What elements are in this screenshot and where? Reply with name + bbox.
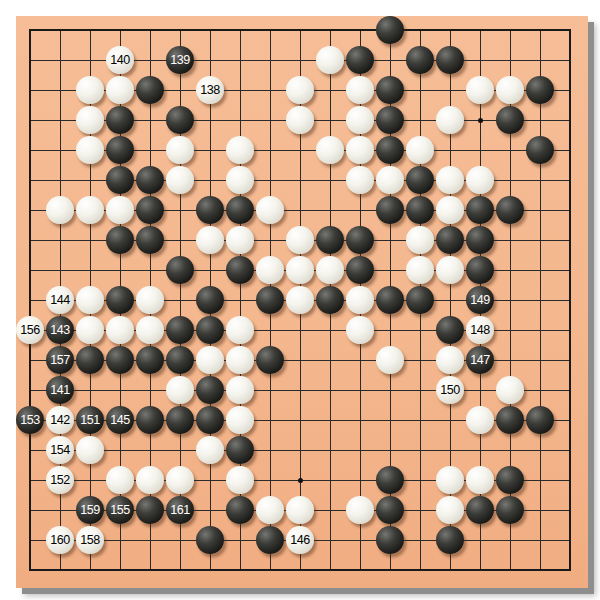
white-stone[interactable] — [406, 226, 434, 254]
black-stone[interactable] — [106, 286, 134, 314]
black-stone[interactable] — [346, 256, 374, 284]
black-stone[interactable] — [136, 226, 164, 254]
black-stone[interactable] — [436, 316, 464, 344]
black-stone[interactable]: 141 — [46, 376, 74, 404]
black-stone[interactable] — [526, 136, 554, 164]
white-stone[interactable] — [76, 196, 104, 224]
move-number-label: 151 — [80, 414, 100, 427]
move-number-label: 156 — [20, 324, 40, 337]
white-stone[interactable]: 140 — [106, 46, 134, 74]
black-stone[interactable] — [466, 196, 494, 224]
white-stone[interactable] — [226, 316, 254, 344]
grid-cell — [540, 480, 570, 510]
black-stone[interactable] — [196, 316, 224, 344]
grid-cell — [390, 390, 420, 420]
black-stone[interactable] — [376, 136, 404, 164]
grid-cell — [270, 30, 300, 60]
white-stone[interactable] — [76, 106, 104, 134]
white-stone[interactable] — [346, 136, 374, 164]
white-stone[interactable] — [316, 256, 344, 284]
white-stone[interactable]: 154 — [46, 436, 74, 464]
move-number-label: 161 — [170, 504, 190, 517]
white-stone[interactable] — [76, 316, 104, 344]
grid-cell — [300, 330, 330, 360]
black-stone[interactable] — [376, 496, 404, 524]
move-number-label: 160 — [50, 534, 70, 547]
white-stone[interactable] — [166, 166, 194, 194]
white-stone[interactable] — [346, 76, 374, 104]
move-number-label: 150 — [440, 384, 460, 397]
white-stone[interactable] — [346, 106, 374, 134]
black-stone[interactable] — [526, 76, 554, 104]
black-stone[interactable] — [226, 256, 254, 284]
grid-cell — [510, 30, 540, 60]
black-stone[interactable] — [376, 16, 404, 44]
move-number-label: 140 — [110, 54, 130, 67]
black-stone[interactable]: 153 — [16, 406, 44, 434]
white-stone[interactable] — [226, 346, 254, 374]
black-stone[interactable] — [376, 76, 404, 104]
move-number-label: 141 — [50, 384, 70, 397]
grid-cell — [300, 360, 330, 390]
move-number-label: 158 — [80, 534, 100, 547]
grid-cell — [360, 420, 390, 450]
black-stone[interactable] — [496, 196, 524, 224]
move-number-label: 154 — [50, 444, 70, 457]
white-stone[interactable] — [76, 436, 104, 464]
white-stone[interactable] — [436, 466, 464, 494]
grid-cell — [30, 150, 60, 180]
white-stone[interactable] — [376, 346, 404, 374]
black-stone[interactable] — [256, 286, 284, 314]
move-number-label: 155 — [110, 504, 130, 517]
move-number-label: 145 — [110, 414, 130, 427]
move-number-label: 153 — [20, 414, 40, 427]
grid-cell — [270, 390, 300, 420]
white-stone[interactable]: 150 — [436, 376, 464, 404]
black-stone[interactable] — [136, 406, 164, 434]
black-stone[interactable] — [466, 256, 494, 284]
black-stone[interactable] — [496, 406, 524, 434]
black-stone[interactable]: 145 — [106, 406, 134, 434]
black-stone[interactable] — [436, 46, 464, 74]
black-stone[interactable] — [406, 46, 434, 74]
black-stone[interactable]: 139 — [166, 46, 194, 74]
move-number-label: 143 — [50, 324, 70, 337]
white-stone[interactable] — [316, 46, 344, 74]
black-stone[interactable]: 159 — [76, 496, 104, 524]
grid-cell — [540, 360, 570, 390]
black-stone[interactable] — [166, 106, 194, 134]
move-number-label: 157 — [50, 354, 70, 367]
grid-cell — [390, 420, 420, 450]
black-stone[interactable] — [166, 346, 194, 374]
white-stone[interactable]: 156 — [16, 316, 44, 344]
white-stone[interactable] — [196, 346, 224, 374]
black-stone[interactable] — [406, 196, 434, 224]
white-stone[interactable] — [286, 286, 314, 314]
goban[interactable]: 1401391381441491561431481571471411501531… — [16, 16, 588, 588]
white-stone[interactable] — [346, 316, 374, 344]
black-stone[interactable]: 149 — [466, 286, 494, 314]
black-stone[interactable] — [436, 226, 464, 254]
black-stone[interactable] — [256, 526, 284, 554]
white-stone[interactable] — [226, 226, 254, 254]
black-stone[interactable] — [316, 286, 344, 314]
white-stone[interactable]: 144 — [46, 286, 74, 314]
black-stone[interactable] — [436, 526, 464, 554]
black-stone[interactable] — [226, 436, 254, 464]
grid-cell — [30, 30, 60, 60]
black-stone[interactable] — [166, 256, 194, 284]
white-stone[interactable] — [376, 166, 404, 194]
grid-cell — [540, 180, 570, 210]
black-stone[interactable] — [376, 196, 404, 224]
white-stone[interactable] — [286, 76, 314, 104]
grid-cell — [270, 150, 300, 180]
grid-cell — [510, 270, 540, 300]
white-stone[interactable] — [466, 406, 494, 434]
white-stone[interactable]: 146 — [286, 526, 314, 554]
black-stone[interactable] — [526, 406, 554, 434]
white-stone[interactable] — [346, 286, 374, 314]
white-stone[interactable]: 158 — [76, 526, 104, 554]
white-stone[interactable] — [226, 136, 254, 164]
white-stone[interactable] — [406, 256, 434, 284]
grid-cell — [330, 450, 360, 480]
move-number-label: 149 — [470, 294, 490, 307]
grid-cell — [300, 390, 330, 420]
white-stone[interactable]: 138 — [196, 76, 224, 104]
white-stone[interactable] — [166, 376, 194, 404]
grid-cell — [420, 420, 450, 450]
grid-cell — [300, 180, 330, 210]
star-point — [478, 118, 483, 123]
white-stone[interactable] — [436, 196, 464, 224]
grid-cell — [540, 30, 570, 60]
black-stone[interactable] — [346, 226, 374, 254]
white-stone[interactable] — [286, 256, 314, 284]
black-stone[interactable] — [76, 346, 104, 374]
white-stone[interactable] — [286, 226, 314, 254]
grid-cell — [30, 120, 60, 150]
grid-cell — [120, 540, 150, 570]
white-stone[interactable] — [256, 196, 284, 224]
grid-cell — [300, 420, 330, 450]
white-stone[interactable] — [286, 496, 314, 524]
black-stone[interactable] — [496, 496, 524, 524]
black-stone[interactable]: 157 — [46, 346, 74, 374]
grid-cell — [540, 450, 570, 480]
grid-cell — [240, 60, 270, 90]
move-number-label: 142 — [50, 414, 70, 427]
black-stone[interactable] — [226, 196, 254, 224]
white-stone[interactable] — [436, 106, 464, 134]
black-stone[interactable] — [196, 196, 224, 224]
white-stone[interactable] — [226, 406, 254, 434]
black-stone[interactable] — [376, 106, 404, 134]
black-stone[interactable] — [106, 166, 134, 194]
grid-cell — [30, 60, 60, 90]
grid-cell — [330, 390, 360, 420]
black-stone[interactable] — [136, 76, 164, 104]
white-stone[interactable] — [76, 286, 104, 314]
grid-cell — [60, 240, 90, 270]
white-stone[interactable] — [226, 466, 254, 494]
white-stone[interactable] — [436, 256, 464, 284]
white-stone[interactable] — [196, 226, 224, 254]
black-stone[interactable] — [406, 286, 434, 314]
star-point — [298, 478, 303, 483]
white-stone[interactable] — [166, 136, 194, 164]
white-stone[interactable] — [496, 76, 524, 104]
white-stone[interactable]: 160 — [46, 526, 74, 554]
white-stone[interactable] — [166, 466, 194, 494]
black-stone[interactable] — [106, 136, 134, 164]
black-stone[interactable] — [166, 316, 194, 344]
white-stone[interactable] — [436, 346, 464, 374]
black-stone[interactable]: 155 — [106, 496, 134, 524]
move-number-label: 152 — [50, 474, 70, 487]
black-stone[interactable] — [346, 46, 374, 74]
black-stone[interactable] — [376, 466, 404, 494]
white-stone[interactable] — [406, 136, 434, 164]
white-stone[interactable] — [106, 316, 134, 344]
grid-cell — [540, 330, 570, 360]
black-stone[interactable]: 143 — [46, 316, 74, 344]
black-stone[interactable] — [196, 406, 224, 434]
black-stone[interactable] — [166, 406, 194, 434]
white-stone[interactable] — [436, 166, 464, 194]
grid-cell — [510, 330, 540, 360]
white-stone[interactable] — [106, 196, 134, 224]
white-stone[interactable]: 148 — [466, 316, 494, 344]
white-stone[interactable] — [466, 76, 494, 104]
black-stone[interactable]: 147 — [466, 346, 494, 374]
grid-cell — [150, 540, 180, 570]
white-stone[interactable] — [466, 166, 494, 194]
white-stone[interactable] — [466, 466, 494, 494]
black-stone[interactable]: 151 — [76, 406, 104, 434]
grid-cell — [240, 30, 270, 60]
grid-cell — [510, 540, 540, 570]
black-stone[interactable] — [406, 166, 434, 194]
grid-cell — [540, 240, 570, 270]
grid-cell — [270, 420, 300, 450]
white-stone[interactable] — [136, 316, 164, 344]
move-number-label: 138 — [200, 84, 220, 97]
black-stone[interactable] — [136, 196, 164, 224]
black-stone[interactable] — [106, 346, 134, 374]
grid-cell — [330, 420, 360, 450]
white-stone[interactable] — [76, 76, 104, 104]
grid-cell — [30, 240, 60, 270]
grid-cell — [540, 540, 570, 570]
black-stone[interactable] — [196, 286, 224, 314]
white-stone[interactable] — [346, 166, 374, 194]
move-number-label: 139 — [170, 54, 190, 67]
black-stone[interactable] — [136, 346, 164, 374]
white-stone[interactable] — [496, 376, 524, 404]
move-number-label: 146 — [290, 534, 310, 547]
black-stone[interactable] — [136, 496, 164, 524]
grid-cell — [540, 300, 570, 330]
black-stone[interactable] — [466, 226, 494, 254]
move-number-label: 147 — [470, 354, 490, 367]
black-stone[interactable] — [316, 226, 344, 254]
black-stone[interactable] — [256, 346, 284, 374]
page: 1401391381441491561431481571471411501531… — [0, 0, 600, 600]
black-stone[interactable] — [196, 526, 224, 554]
white-stone[interactable] — [46, 196, 74, 224]
white-stone[interactable] — [316, 136, 344, 164]
grid-cell — [540, 510, 570, 540]
white-stone[interactable] — [106, 76, 134, 104]
black-stone[interactable] — [106, 226, 134, 254]
white-stone[interactable] — [226, 166, 254, 194]
grid-cell — [300, 450, 330, 480]
white-stone[interactable] — [256, 496, 284, 524]
black-stone[interactable] — [376, 526, 404, 554]
grid-cell — [480, 30, 510, 60]
grid-cell — [510, 240, 540, 270]
white-stone[interactable]: 142 — [46, 406, 74, 434]
grid-cell — [510, 300, 540, 330]
white-stone[interactable] — [286, 106, 314, 134]
white-stone[interactable] — [136, 466, 164, 494]
grid-cell — [330, 360, 360, 390]
black-stone[interactable]: 161 — [166, 496, 194, 524]
black-stone[interactable] — [106, 106, 134, 134]
white-stone[interactable] — [196, 436, 224, 464]
white-stone[interactable] — [136, 286, 164, 314]
black-stone[interactable] — [466, 496, 494, 524]
white-stone[interactable] — [226, 376, 254, 404]
white-stone[interactable] — [346, 496, 374, 524]
grid-cell — [360, 390, 390, 420]
white-stone[interactable] — [256, 256, 284, 284]
white-stone[interactable] — [76, 136, 104, 164]
black-stone[interactable] — [226, 496, 254, 524]
move-number-label: 159 — [80, 504, 100, 517]
grid-cell — [270, 450, 300, 480]
white-stone[interactable] — [436, 496, 464, 524]
grid-cell — [540, 210, 570, 240]
black-stone[interactable] — [496, 106, 524, 134]
grid-cell — [540, 270, 570, 300]
grid-cell — [60, 30, 90, 60]
black-stone[interactable] — [376, 286, 404, 314]
grid-cell — [210, 30, 240, 60]
move-number-label: 148 — [470, 324, 490, 337]
grid-cell — [240, 90, 270, 120]
move-number-label: 144 — [50, 294, 70, 307]
white-stone[interactable]: 152 — [46, 466, 74, 494]
grid-cell — [30, 90, 60, 120]
grid-cell — [480, 540, 510, 570]
black-stone[interactable] — [496, 466, 524, 494]
white-stone[interactable] — [106, 466, 134, 494]
black-stone[interactable] — [196, 376, 224, 404]
black-stone[interactable] — [136, 166, 164, 194]
grid-cell — [330, 540, 360, 570]
